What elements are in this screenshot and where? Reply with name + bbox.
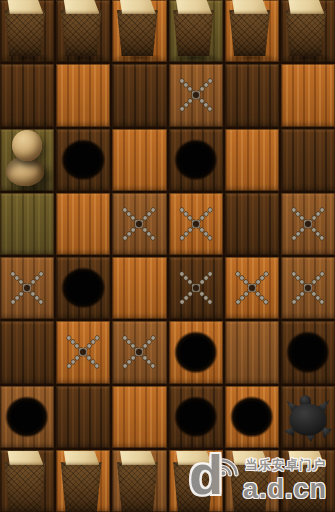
cell-r6c0[interactable] <box>0 386 54 448</box>
cell-r7c4[interactable] <box>225 450 279 512</box>
cell-r6c1[interactable] <box>56 386 110 448</box>
cell-r7c2[interactable] <box>112 450 166 512</box>
pillar-piece <box>112 450 166 512</box>
pillar-top-face <box>6 451 43 465</box>
hole <box>61 267 105 309</box>
cell-r0c2[interactable] <box>112 0 166 62</box>
pillar-body <box>172 10 215 56</box>
x-mark <box>176 204 216 244</box>
cell-r3c4[interactable] <box>225 193 279 255</box>
cell-r2c2[interactable] <box>112 129 166 191</box>
cell-r6c2[interactable] <box>112 386 166 448</box>
cell-r7c0[interactable] <box>0 450 54 512</box>
cell-r0c5[interactable] <box>281 0 335 62</box>
pillar-top-face <box>119 0 156 14</box>
pillar-piece <box>281 450 335 512</box>
x-mark <box>119 204 159 244</box>
pillar-body <box>172 462 215 512</box>
cell-r3c0[interactable] <box>0 193 54 255</box>
cell-r2c0[interactable] <box>0 129 54 191</box>
hole <box>5 395 49 437</box>
cell-r4c5[interactable] <box>281 257 335 319</box>
pillar-top-face <box>175 0 212 14</box>
cell-r5c1[interactable] <box>56 321 110 383</box>
pillar-body <box>228 462 271 512</box>
cell-r0c3[interactable] <box>169 0 223 62</box>
cell-r4c3[interactable] <box>169 257 223 319</box>
cell-r1c5[interactable] <box>281 64 335 126</box>
cell-r6c5[interactable] <box>281 386 335 448</box>
hole <box>173 395 217 437</box>
pillar-piece <box>281 0 335 62</box>
pillar-top-face <box>287 0 324 14</box>
stone-top <box>12 130 42 162</box>
x-mark <box>7 268 47 308</box>
cell-r4c0[interactable] <box>0 257 54 319</box>
pillar-body <box>116 10 159 56</box>
cell-r4c4[interactable] <box>225 257 279 319</box>
pillar-piece <box>0 0 54 62</box>
cell-r3c1[interactable] <box>56 193 110 255</box>
pillar-top-face <box>119 451 156 465</box>
cell-r7c3[interactable] <box>169 450 223 512</box>
stone-bottom <box>6 157 44 186</box>
x-mark <box>176 75 216 115</box>
cell-r2c3[interactable] <box>169 129 223 191</box>
cell-r5c5[interactable] <box>281 321 335 383</box>
cell-r5c4[interactable] <box>225 321 279 383</box>
hole <box>61 138 105 180</box>
x-mark <box>176 268 216 308</box>
cell-r5c3[interactable] <box>169 321 223 383</box>
pillar-body <box>60 10 103 56</box>
pillar-piece <box>56 450 110 512</box>
hole <box>286 331 330 373</box>
pillar-piece <box>225 0 279 62</box>
cell-r5c2[interactable] <box>112 321 166 383</box>
pillar-piece <box>56 0 110 62</box>
x-mark <box>232 268 272 308</box>
x-mark <box>63 332 103 372</box>
cell-r2c1[interactable] <box>56 129 110 191</box>
hole <box>173 331 217 373</box>
hole <box>173 138 217 180</box>
pillar-piece <box>169 450 223 512</box>
pillar-top-face <box>175 451 212 465</box>
turtle-piece <box>283 389 333 445</box>
pillar-body <box>4 462 47 512</box>
x-mark <box>288 204 328 244</box>
pillar-piece <box>225 450 279 512</box>
cell-r0c4[interactable] <box>225 0 279 62</box>
x-mark <box>119 332 159 372</box>
pillar-top-face <box>287 451 324 465</box>
pillar-top-face <box>63 0 100 14</box>
pillar-top-face <box>63 451 100 465</box>
stone-stack-piece <box>2 130 52 189</box>
pillar-body <box>228 10 271 56</box>
cell-r6c3[interactable] <box>169 386 223 448</box>
pillar-body <box>116 462 159 512</box>
cell-r1c1[interactable] <box>56 64 110 126</box>
pillar-piece <box>112 0 166 62</box>
cell-r4c1[interactable] <box>56 257 110 319</box>
pillar-body <box>285 10 328 56</box>
pillar-body <box>60 462 103 512</box>
pillar-body <box>4 10 47 56</box>
cell-r2c5[interactable] <box>281 129 335 191</box>
game-board <box>0 0 335 512</box>
cell-r6c4[interactable] <box>225 386 279 448</box>
cell-r3c2[interactable] <box>112 193 166 255</box>
cell-r3c3[interactable] <box>169 193 223 255</box>
cell-r7c1[interactable] <box>56 450 110 512</box>
pillar-piece <box>0 450 54 512</box>
cell-r3c5[interactable] <box>281 193 335 255</box>
x-mark <box>288 268 328 308</box>
pillar-top-face <box>231 451 268 465</box>
cell-r1c2[interactable] <box>112 64 166 126</box>
pillar-top-face <box>231 0 268 14</box>
cell-r0c1[interactable] <box>56 0 110 62</box>
cell-r1c3[interactable] <box>169 64 223 126</box>
cell-r1c0[interactable] <box>0 64 54 126</box>
cell-r0c0[interactable] <box>0 0 54 62</box>
pillar-piece <box>169 0 223 62</box>
game-screen: 当乐安卓门户 d a.d.cn <box>0 0 335 512</box>
pillar-top-face <box>6 0 43 14</box>
cell-r7c5[interactable] <box>281 450 335 512</box>
cell-r2c4[interactable] <box>225 129 279 191</box>
pillar-body <box>285 462 328 512</box>
cell-r5c0[interactable] <box>0 321 54 383</box>
cell-r1c4[interactable] <box>225 64 279 126</box>
hole <box>230 395 274 437</box>
cell-r4c2[interactable] <box>112 257 166 319</box>
